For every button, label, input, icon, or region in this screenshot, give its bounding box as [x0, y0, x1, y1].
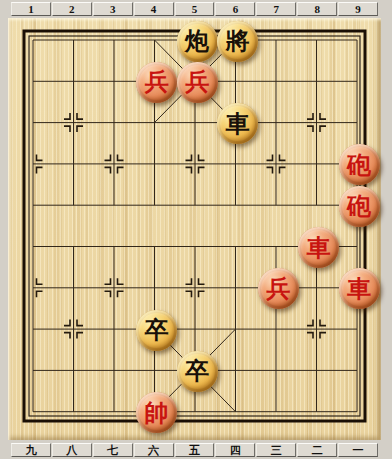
file-label-bottom-3: 七	[93, 443, 133, 457]
file-label-top-5: 5	[175, 2, 215, 16]
piece-red-general[interactable]: 帥	[136, 392, 177, 433]
piece-black-soldier[interactable]: 卒	[136, 310, 177, 351]
file-label-top-2: 2	[52, 2, 92, 16]
piece-character: 兵	[185, 70, 209, 94]
piece-character: 砲	[347, 194, 371, 218]
file-label-bottom-1: 九	[11, 443, 51, 457]
piece-character: 兵	[266, 277, 290, 301]
top-coordinate-bar: 123456789	[11, 2, 378, 16]
piece-black-cannon[interactable]: 炮	[177, 21, 218, 62]
file-label-bottom-2: 八	[52, 443, 92, 457]
piece-red-chariot[interactable]: 車	[298, 227, 339, 268]
piece-character: 將	[226, 29, 250, 53]
piece-character: 車	[307, 236, 331, 260]
piece-red-soldier[interactable]: 兵	[136, 62, 177, 103]
file-label-top-4: 4	[134, 2, 174, 16]
piece-red-soldier[interactable]: 兵	[258, 268, 299, 309]
file-label-bottom-9: 一	[338, 443, 378, 457]
piece-character: 車	[226, 112, 250, 136]
piece-red-chariot[interactable]: 車	[339, 268, 380, 309]
file-label-bottom-5: 五	[175, 443, 215, 457]
file-label-top-3: 3	[93, 2, 133, 16]
file-label-top-9: 9	[338, 2, 378, 16]
piece-character: 帥	[145, 401, 169, 425]
piece-black-general[interactable]: 將	[217, 21, 258, 62]
piece-character: 卒	[185, 359, 209, 383]
piece-red-cannon[interactable]: 砲	[339, 144, 380, 185]
file-label-top-6: 6	[215, 2, 255, 16]
piece-black-chariot[interactable]: 車	[217, 103, 258, 144]
file-label-top-7: 7	[256, 2, 296, 16]
xiangqi-board[interactable]: 炮將兵兵車砲砲車兵車卒卒帥	[8, 18, 381, 440]
piece-red-cannon[interactable]: 砲	[339, 186, 380, 227]
piece-red-soldier[interactable]: 兵	[177, 62, 218, 103]
piece-character: 砲	[347, 153, 371, 177]
file-label-bottom-7: 三	[256, 443, 296, 457]
bottom-coordinate-bar: 九八七六五四三二一	[11, 443, 378, 457]
piece-character: 卒	[145, 318, 169, 342]
piece-character: 炮	[185, 29, 209, 53]
piece-character: 兵	[145, 70, 169, 94]
file-label-top-8: 8	[297, 2, 337, 16]
piece-black-soldier[interactable]: 卒	[177, 351, 218, 392]
file-label-bottom-4: 六	[134, 443, 174, 457]
file-label-top-1: 1	[11, 2, 51, 16]
file-label-bottom-6: 四	[215, 443, 255, 457]
xiangqi-app-window: 123456789 炮將兵兵車砲砲車兵車卒卒帥 九八七六五四三二一	[0, 0, 392, 459]
piece-character: 車	[347, 277, 371, 301]
file-label-bottom-8: 二	[297, 443, 337, 457]
